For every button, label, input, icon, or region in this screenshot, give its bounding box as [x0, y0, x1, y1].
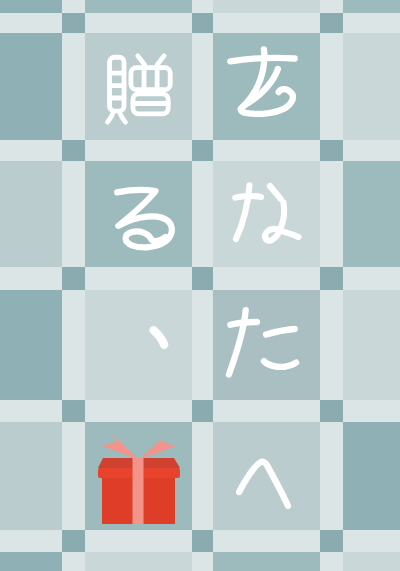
tile-r6-c1 — [62, 290, 85, 400]
tile-r4-c6 — [343, 161, 400, 267]
tile-r7-c1 — [62, 400, 85, 422]
tile-r3-c5 — [320, 140, 343, 161]
tile-r6-c3 — [192, 290, 213, 400]
tile-r10-c2 — [85, 552, 192, 571]
tile-r7-c6 — [343, 400, 400, 422]
tile-r6-c4 — [213, 290, 320, 400]
tile-r9-c5 — [320, 530, 343, 552]
tile-r2-c5 — [320, 33, 343, 140]
tile-r5-c1 — [62, 267, 85, 290]
poster: あなたへ贈る、 — [0, 0, 400, 571]
tile-r6-c2 — [85, 290, 192, 400]
tile-r9-c4 — [213, 530, 320, 552]
tile-r10-c6 — [343, 552, 400, 571]
tile-r8-c0 — [0, 422, 62, 530]
tile-r7-c2 — [85, 400, 192, 422]
tile-r9-c1 — [62, 530, 85, 552]
tile-r5-c6 — [343, 267, 400, 290]
tile-r0-c3 — [192, 0, 213, 13]
tile-r8-c2 — [85, 422, 192, 530]
tile-r2-c3 — [192, 33, 213, 140]
tile-r3-c1 — [62, 140, 85, 161]
tile-r10-c1 — [62, 552, 85, 571]
tile-r8-c6 — [343, 422, 400, 530]
tile-r1-c4 — [213, 13, 320, 33]
tile-r7-c0 — [0, 400, 62, 422]
tile-r9-c0 — [0, 530, 62, 552]
tile-r6-c5 — [320, 290, 343, 400]
tile-r2-c0 — [0, 33, 62, 140]
tile-r3-c2 — [85, 140, 192, 161]
tile-r2-c2 — [85, 33, 192, 140]
tile-r6-c0 — [0, 290, 62, 400]
tile-r8-c5 — [320, 422, 343, 530]
tile-r0-c0 — [0, 0, 62, 13]
tile-r4-c3 — [192, 161, 213, 267]
tile-r4-c1 — [62, 161, 85, 267]
tile-r0-c4 — [213, 0, 320, 13]
tile-r1-c5 — [320, 13, 343, 33]
tile-r3-c3 — [192, 140, 213, 161]
tile-r2-c6 — [343, 33, 400, 140]
tile-r1-c6 — [343, 13, 400, 33]
tile-board — [0, 0, 400, 571]
tile-r10-c4 — [213, 552, 320, 571]
tile-r4-c5 — [320, 161, 343, 267]
tile-r5-c0 — [0, 267, 62, 290]
tile-r3-c6 — [343, 140, 400, 161]
tile-r5-c4 — [213, 267, 320, 290]
tile-r2-c4 — [213, 33, 320, 140]
tile-r9-c2 — [85, 530, 192, 552]
tile-r9-c3 — [192, 530, 213, 552]
tile-r5-c5 — [320, 267, 343, 290]
tile-r1-c0 — [0, 13, 62, 33]
tile-r10-c5 — [320, 552, 343, 571]
tile-r3-c0 — [0, 140, 62, 161]
tile-r4-c2 — [85, 161, 192, 267]
tile-r10-c0 — [0, 552, 62, 571]
tile-r0-c5 — [320, 0, 343, 13]
tile-r0-c1 — [62, 0, 85, 13]
tile-r5-c3 — [192, 267, 213, 290]
tile-r0-c2 — [85, 0, 192, 13]
tile-r4-c0 — [0, 161, 62, 267]
tile-r4-c4 — [213, 161, 320, 267]
tile-r6-c6 — [343, 290, 400, 400]
tile-r1-c3 — [192, 13, 213, 33]
tile-r0-c6 — [343, 0, 400, 13]
tile-r5-c2 — [85, 267, 192, 290]
tile-r8-c4 — [213, 422, 320, 530]
tile-r8-c3 — [192, 422, 213, 530]
tile-r9-c6 — [343, 530, 400, 552]
tile-r10-c3 — [192, 552, 213, 571]
tile-r3-c4 — [213, 140, 320, 161]
tile-r1-c2 — [85, 13, 192, 33]
tile-r1-c1 — [62, 13, 85, 33]
tile-r7-c5 — [320, 400, 343, 422]
tile-r8-c1 — [62, 422, 85, 530]
tile-r2-c1 — [62, 33, 85, 140]
tile-r7-c4 — [213, 400, 320, 422]
tile-r7-c3 — [192, 400, 213, 422]
